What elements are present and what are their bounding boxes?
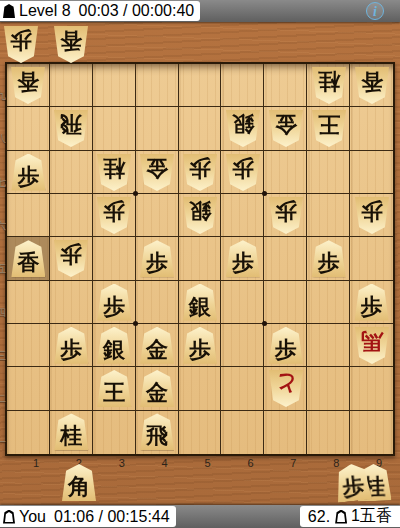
piece-glyph: 角 (68, 471, 90, 501)
file-label-8: 8 (296, 457, 339, 469)
square-6四[interactable] (221, 281, 264, 324)
square-9五[interactable] (350, 237, 393, 280)
square-2九[interactable] (50, 64, 93, 107)
rank-label-二: 二 (0, 392, 8, 406)
square-6六[interactable] (221, 194, 264, 237)
file-label-3: 3 (82, 457, 125, 469)
piece-glyph: 歩 (275, 197, 297, 227)
piece-glyph: 飛 (60, 110, 82, 140)
piece-glyph: 歩 (146, 247, 168, 277)
piece-glyph: 金 (146, 334, 168, 364)
piece-glyph: 飛 (146, 420, 168, 450)
square-5五[interactable] (179, 237, 222, 280)
piece-glyph: 香 (60, 26, 82, 56)
piece-歩[interactable]: 歩 (4, 26, 38, 63)
last-move-chip: 62. 1五香 (300, 506, 400, 527)
square-1六[interactable] (7, 194, 50, 237)
square-5九[interactable] (179, 64, 222, 107)
piece-glyph: 王 (103, 377, 125, 407)
move-text: 1五香 (351, 506, 392, 527)
piece-glyph: 桂 (318, 67, 340, 97)
square-2二[interactable] (50, 367, 93, 410)
piece-glyph: 歩 (361, 291, 383, 321)
square-6一[interactable] (221, 411, 264, 454)
piece-香[interactable]: 香 (54, 26, 88, 63)
square-4六[interactable] (136, 194, 179, 237)
player-time: 01:06 / 00:15:44 (54, 508, 170, 526)
info-icon[interactable]: i (366, 2, 384, 20)
square-5八[interactable] (179, 107, 222, 150)
square-6三[interactable] (221, 324, 264, 367)
square-4四[interactable] (136, 281, 179, 324)
rank-label-六: 六 (0, 219, 8, 233)
piece-glyph: 歩 (60, 240, 82, 270)
player-captured-tray: 角歩桂 (0, 463, 400, 503)
rank-label-八: 八 (0, 132, 8, 146)
square-6二[interactable] (221, 367, 264, 410)
square-9二[interactable] (350, 367, 393, 410)
table-background: 歩香 香桂香飛銀金王歩桂金歩歩歩銀歩歩香歩歩歩歩歩銀歩歩銀金歩歩馬王金と桂飛 角… (0, 22, 400, 505)
square-2七[interactable] (50, 151, 93, 194)
square-9八[interactable] (350, 107, 393, 150)
opponent-name: Level 8 (19, 2, 71, 20)
file-label-4: 4 (125, 457, 168, 469)
rank-label-九: 九 (0, 89, 8, 103)
piece-glyph: 歩 (361, 197, 383, 227)
piece-glyph: 銀 (103, 334, 125, 364)
piece-glyph: 桂 (60, 420, 82, 450)
rank-label-五: 五 (0, 262, 8, 276)
player-clock-chip: You 01:06 / 00:15:44 (0, 506, 176, 527)
square-8三[interactable] (307, 324, 350, 367)
square-5二[interactable] (179, 367, 222, 410)
file-label-5: 5 (168, 457, 211, 469)
piece-glyph: 桂 (103, 154, 125, 184)
square-8六[interactable] (307, 194, 350, 237)
piece-glyph: 金 (146, 377, 168, 407)
rank-label-三: 三 (0, 349, 8, 363)
rank-label-一: 一 (0, 435, 8, 449)
square-7一[interactable] (264, 411, 307, 454)
square-7九[interactable] (264, 64, 307, 107)
piece-glyph: 歩 (189, 334, 211, 364)
square-2四[interactable] (50, 281, 93, 324)
top-status-bar: Level 8 00:03 / 00:00:40 i (0, 0, 400, 22)
piece-glyph: 歩 (103, 197, 125, 227)
piece-glyph: と (275, 370, 298, 400)
bottom-status-bar: You 01:06 / 00:15:44 62. 1五香 (0, 505, 400, 528)
piece-glyph: 歩 (103, 291, 125, 321)
piece-glyph: 歩 (17, 161, 39, 191)
piece-glyph: 銀 (232, 110, 254, 140)
opponent-captured-tray: 歩香 (0, 24, 400, 64)
white-shogi-piece-icon (335, 510, 347, 524)
shogi-board: 香桂香飛銀金王歩桂金歩歩歩銀歩歩香歩歩歩歩歩銀歩歩銀金歩歩馬王金と桂飛 (5, 62, 395, 456)
square-2六[interactable] (50, 194, 93, 237)
square-6九[interactable] (221, 64, 264, 107)
square-3九[interactable] (93, 64, 136, 107)
piece-glyph: 歩 (232, 247, 254, 277)
piece-glyph: 銀 (189, 291, 211, 321)
square-8二[interactable] (307, 367, 350, 410)
square-1八[interactable] (7, 107, 50, 150)
black-shogi-piece-icon (3, 4, 15, 18)
square-3五[interactable] (93, 237, 136, 280)
file-label-1: 1 (0, 457, 39, 469)
file-label-7: 7 (253, 457, 296, 469)
square-4九[interactable] (136, 64, 179, 107)
piece-角[interactable]: 角 (62, 464, 96, 501)
piece-glyph: 歩 (318, 247, 340, 277)
piece-glyph: 王 (318, 110, 340, 140)
square-8四[interactable] (307, 281, 350, 324)
piece-glyph: 馬 (361, 327, 383, 357)
opponent-time: 00:03 / 00:00:40 (79, 2, 195, 20)
rank-label-四: 四 (0, 306, 8, 320)
square-1四[interactable] (7, 281, 50, 324)
player-name: You (19, 508, 46, 526)
piece-glyph: 歩 (60, 334, 82, 364)
square-1三[interactable] (7, 324, 50, 367)
piece-glyph: 香 (17, 67, 39, 97)
square-7七[interactable] (264, 151, 307, 194)
piece-glyph: 歩 (275, 334, 297, 364)
square-5一[interactable] (179, 411, 222, 454)
piece-glyph: 金 (146, 154, 168, 184)
piece-glyph: 歩 (232, 154, 254, 184)
square-8一[interactable] (307, 411, 350, 454)
square-9一[interactable] (350, 411, 393, 454)
piece-glyph: 銀 (189, 197, 211, 227)
piece-glyph: 歩 (10, 26, 32, 56)
piece-glyph: 金 (275, 110, 297, 140)
opponent-clock-chip: Level 8 00:03 / 00:00:40 (0, 1, 200, 21)
square-3一[interactable] (93, 411, 136, 454)
piece-glyph: 歩 (341, 470, 366, 502)
move-number: 62. (308, 508, 330, 526)
piece-glyph: 歩 (189, 154, 211, 184)
file-label-6: 6 (211, 457, 254, 469)
square-1一[interactable] (7, 411, 50, 454)
square-9七[interactable] (350, 151, 393, 194)
square-7四[interactable] (264, 281, 307, 324)
piece-glyph: 香 (17, 247, 39, 277)
square-8七[interactable] (307, 151, 350, 194)
square-4八[interactable] (136, 107, 179, 150)
square-1二[interactable] (7, 367, 50, 410)
piece-glyph: 香 (361, 67, 383, 97)
square-3八[interactable] (93, 107, 136, 150)
white-shogi-piece-icon (3, 510, 15, 524)
square-7五[interactable] (264, 237, 307, 280)
rank-label-七: 七 (0, 176, 8, 190)
